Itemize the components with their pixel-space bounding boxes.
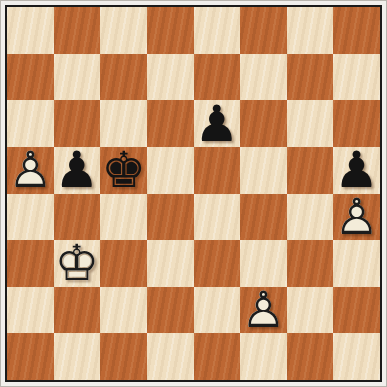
square-a7[interactable] (7, 54, 54, 101)
square-h8[interactable] (333, 7, 380, 54)
square-e1[interactable] (194, 333, 241, 380)
square-f7[interactable] (240, 54, 287, 101)
square-b6[interactable] (54, 100, 101, 147)
piece-outline-glyph: ♔ (54, 240, 101, 287)
square-d3[interactable] (147, 240, 194, 287)
square-c2[interactable] (100, 287, 147, 334)
square-h4[interactable]: ♟♙ (333, 194, 380, 241)
square-h1[interactable] (333, 333, 380, 380)
square-d2[interactable] (147, 287, 194, 334)
black-pawn[interactable]: ♟ (333, 147, 380, 194)
square-h5[interactable]: ♟ (333, 147, 380, 194)
square-c1[interactable] (100, 333, 147, 380)
square-b4[interactable] (54, 194, 101, 241)
square-a8[interactable] (7, 7, 54, 54)
square-g2[interactable] (287, 287, 334, 334)
piece-outline-glyph: ♙ (333, 194, 380, 241)
square-a6[interactable] (7, 100, 54, 147)
square-g8[interactable] (287, 7, 334, 54)
square-c8[interactable] (100, 7, 147, 54)
white-pawn[interactable]: ♟♙ (7, 147, 54, 194)
square-a1[interactable] (7, 333, 54, 380)
square-a2[interactable] (7, 287, 54, 334)
square-f8[interactable] (240, 7, 287, 54)
square-d7[interactable] (147, 54, 194, 101)
square-h3[interactable] (333, 240, 380, 287)
square-e7[interactable] (194, 54, 241, 101)
chess-diagram: ♟♟♙♟♚♟♟♙♚♔♟♙ (0, 0, 387, 387)
square-d1[interactable] (147, 333, 194, 380)
square-c4[interactable] (100, 194, 147, 241)
square-e8[interactable] (194, 7, 241, 54)
black-king[interactable]: ♚ (100, 147, 147, 194)
square-d5[interactable] (147, 147, 194, 194)
black-pawn[interactable]: ♟ (54, 147, 101, 194)
square-e4[interactable] (194, 194, 241, 241)
white-king[interactable]: ♚♔ (54, 240, 101, 287)
square-g3[interactable] (287, 240, 334, 287)
square-d4[interactable] (147, 194, 194, 241)
square-b5[interactable]: ♟ (54, 147, 101, 194)
piece-solid-glyph: ♚ (100, 147, 147, 194)
square-h6[interactable] (333, 100, 380, 147)
square-e5[interactable] (194, 147, 241, 194)
square-f4[interactable] (240, 194, 287, 241)
square-f6[interactable] (240, 100, 287, 147)
square-g5[interactable] (287, 147, 334, 194)
square-b2[interactable] (54, 287, 101, 334)
square-e6[interactable]: ♟ (194, 100, 241, 147)
square-d8[interactable] (147, 7, 194, 54)
square-g4[interactable] (287, 194, 334, 241)
square-b1[interactable] (54, 333, 101, 380)
piece-outline-glyph: ♙ (7, 147, 54, 194)
square-g1[interactable] (287, 333, 334, 380)
piece-solid-glyph: ♟ (333, 147, 380, 194)
square-c6[interactable] (100, 100, 147, 147)
square-a4[interactable] (7, 194, 54, 241)
square-f1[interactable] (240, 333, 287, 380)
square-c3[interactable] (100, 240, 147, 287)
piece-solid-glyph: ♟ (54, 147, 101, 194)
square-b3[interactable]: ♚♔ (54, 240, 101, 287)
white-pawn[interactable]: ♟♙ (333, 194, 380, 241)
square-e3[interactable] (194, 240, 241, 287)
piece-solid-glyph: ♟ (194, 100, 241, 147)
square-g7[interactable] (287, 54, 334, 101)
square-f3[interactable] (240, 240, 287, 287)
piece-outline-glyph: ♙ (240, 287, 287, 334)
square-b7[interactable] (54, 54, 101, 101)
square-a3[interactable] (7, 240, 54, 287)
white-pawn[interactable]: ♟♙ (240, 287, 287, 334)
square-f2[interactable]: ♟♙ (240, 287, 287, 334)
black-pawn[interactable]: ♟ (194, 100, 241, 147)
square-c7[interactable] (100, 54, 147, 101)
chess-board: ♟♟♙♟♚♟♟♙♚♔♟♙ (5, 5, 382, 382)
square-e2[interactable] (194, 287, 241, 334)
square-a5[interactable]: ♟♙ (7, 147, 54, 194)
square-h2[interactable] (333, 287, 380, 334)
square-d6[interactable] (147, 100, 194, 147)
square-f5[interactable] (240, 147, 287, 194)
square-h7[interactable] (333, 54, 380, 101)
square-c5[interactable]: ♚ (100, 147, 147, 194)
square-g6[interactable] (287, 100, 334, 147)
square-b8[interactable] (54, 7, 101, 54)
